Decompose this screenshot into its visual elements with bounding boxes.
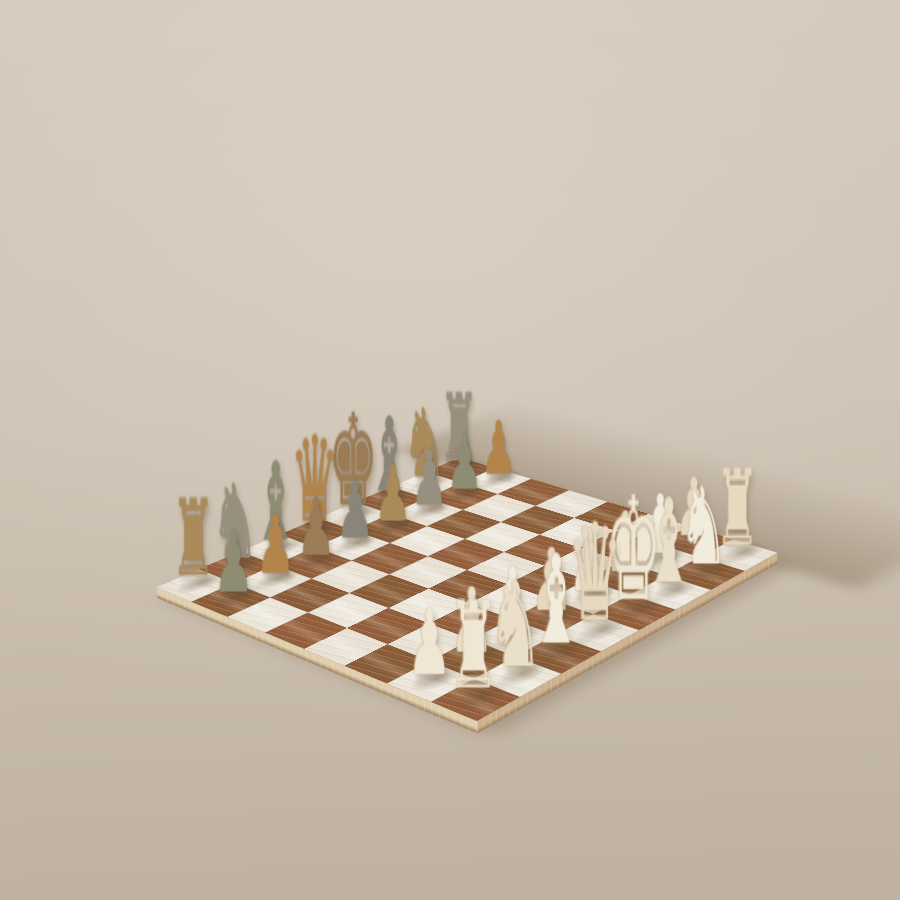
scene-stage: ♜♞♝♛♚♝♞♜♟♟♟♟♟♟♟♟♟♟♟♟♟♟♟♟♜♞♝♛♚♝♞♜ — [0, 0, 900, 900]
chess-board: ♜♞♝♛♚♝♞♜♟♟♟♟♟♟♟♟♟♟♟♟♟♟♟♟♜♞♝♛♚♝♞♜ — [156, 457, 777, 721]
backdrop: ♜♞♝♛♚♝♞♜♟♟♟♟♟♟♟♟♟♟♟♟♟♟♟♟♜♞♝♛♚♝♞♜ — [0, 0, 900, 900]
piece-black-pawn[interactable]: ♟ — [197, 524, 268, 603]
piece-white-rook[interactable]: ♜ — [433, 591, 513, 706]
